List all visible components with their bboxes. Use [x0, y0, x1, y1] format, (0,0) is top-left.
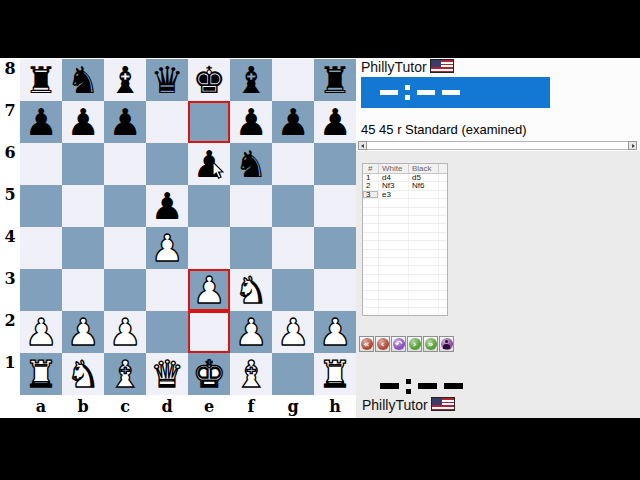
- move-number-cell: [363, 291, 379, 298]
- black-pawn[interactable]: ♟: [272, 101, 314, 143]
- move-cell: [439, 199, 447, 206]
- move-number-cell: [363, 224, 379, 231]
- scroll-right-icon[interactable]: [628, 141, 637, 150]
- square-b6[interactable]: [62, 143, 104, 185]
- nav-forward-button[interactable]: ›: [407, 336, 422, 352]
- file-label-f: f: [230, 397, 272, 417]
- move-cell: [409, 258, 439, 265]
- move-cell: [439, 241, 447, 248]
- square-a6[interactable]: [20, 143, 62, 185]
- square-g1[interactable]: [272, 353, 314, 395]
- clock-colon-dot: [405, 85, 410, 90]
- square-c6[interactable]: [104, 143, 146, 185]
- move-table-row: [363, 275, 447, 283]
- move-cell: [409, 291, 439, 298]
- square-d5[interactable]: ♟: [146, 185, 188, 227]
- move-cell: [439, 283, 447, 290]
- square-b3[interactable]: [62, 269, 104, 311]
- move-cell: [379, 224, 409, 231]
- move-list-panel: #WhiteBlack1d4d52Nf3Nf63e3 «‹↶›» PhillyT…: [356, 151, 640, 418]
- move-cell: [379, 258, 409, 265]
- white-bishop[interactable]: ♝: [230, 353, 272, 395]
- move-cell: [379, 275, 409, 282]
- nav-buttons: «‹↶›»: [359, 336, 454, 352]
- square-a5[interactable]: [20, 185, 62, 227]
- move-number-cell[interactable]: 3: [363, 191, 379, 198]
- move-cell: [409, 283, 439, 290]
- move-col-header: Black: [409, 164, 439, 173]
- rank-labels: 87654321: [0, 59, 20, 395]
- top-player-row: PhillyTutor: [361, 59, 454, 75]
- file-label-c: c: [104, 397, 146, 417]
- square-a1[interactable]: ♜: [20, 353, 62, 395]
- rank-label-5: 5: [0, 185, 20, 227]
- square-f1[interactable]: ♝: [230, 353, 272, 395]
- move-cell: [439, 182, 447, 189]
- square-g7[interactable]: ♟: [272, 101, 314, 143]
- square-c1[interactable]: ♝: [104, 353, 146, 395]
- square-h1[interactable]: ♜: [314, 353, 356, 395]
- mouse-cursor-icon: [212, 161, 224, 179]
- nav-last-icon: »: [425, 338, 437, 350]
- move-cell: [439, 216, 447, 223]
- top-clock: [361, 77, 550, 108]
- clock-colon-dot: [405, 95, 410, 100]
- square-e7[interactable]: [188, 101, 230, 143]
- move-number-cell[interactable]: 2: [363, 182, 379, 189]
- square-d6[interactable]: [146, 143, 188, 185]
- white-pawn[interactable]: ♟: [20, 311, 62, 353]
- move-cell: [439, 174, 447, 181]
- move-cell: [409, 266, 439, 273]
- square-b8[interactable]: ♞: [62, 59, 104, 101]
- rank-label-8: 8: [0, 59, 20, 101]
- bottom-player-name: PhillyTutor: [362, 397, 428, 413]
- square-g5[interactable]: [272, 185, 314, 227]
- move-table: #WhiteBlack1d4d52Nf3Nf63e3: [362, 163, 448, 316]
- square-c4[interactable]: [104, 227, 146, 269]
- move-table-row: [363, 199, 447, 207]
- clock-dash: [380, 383, 399, 389]
- top-player-name: PhillyTutor: [361, 59, 427, 75]
- move-table-row: [363, 250, 447, 258]
- move-cell: [379, 216, 409, 223]
- rank-label-4: 4: [0, 227, 20, 269]
- us-flag-icon: [430, 59, 454, 73]
- square-f3[interactable]: ♞: [230, 269, 272, 311]
- clock-dash: [444, 383, 463, 389]
- scrollbar-track[interactable]: [367, 141, 628, 150]
- white-rook[interactable]: ♜: [20, 353, 62, 395]
- move-table-row: [363, 283, 447, 291]
- square-b5[interactable]: [62, 185, 104, 227]
- black-pawn[interactable]: ♟: [104, 101, 146, 143]
- move-table-row: [363, 308, 447, 316]
- scroll-left-icon[interactable]: [358, 141, 367, 150]
- move-number-cell: [363, 216, 379, 223]
- move-cell: [379, 283, 409, 290]
- square-g4[interactable]: [272, 227, 314, 269]
- square-d1[interactable]: ♛: [146, 353, 188, 395]
- move-cell: [409, 300, 439, 307]
- square-d4[interactable]: ♟: [146, 227, 188, 269]
- black-knight[interactable]: ♞: [230, 143, 272, 185]
- nav-back-button[interactable]: ‹: [375, 336, 390, 352]
- move-cell: [439, 224, 447, 231]
- board-panel: 87654321 ♜♞♝♛♚♝♜♟♟♟♟♟♟♟♞♟♟♟♞♟♟♟♟♟♟♜♞♝♛♚♝…: [0, 58, 356, 418]
- move-number-cell: [363, 250, 379, 257]
- move-cell: [409, 275, 439, 282]
- nav-examine-icon: [441, 338, 453, 350]
- file-label-b: b: [62, 397, 104, 417]
- move-cell: [409, 250, 439, 257]
- black-queen[interactable]: ♛: [146, 59, 188, 101]
- clock-dash: [442, 90, 460, 95]
- move-cell: [439, 208, 447, 215]
- move-cell: [379, 308, 409, 315]
- move-cell: [379, 208, 409, 215]
- move-cell: [379, 250, 409, 257]
- square-g2[interactable]: ♟: [272, 311, 314, 353]
- move-cell: [379, 241, 409, 248]
- square-a4[interactable]: [20, 227, 62, 269]
- rank-label-2: 2: [0, 311, 20, 353]
- white-pawn[interactable]: ♟: [146, 227, 188, 269]
- move-table-header: #WhiteBlack: [363, 164, 447, 174]
- move-cell: [439, 191, 447, 198]
- square-h4[interactable]: [314, 227, 356, 269]
- white-pawn[interactable]: ♟: [188, 269, 230, 311]
- nav-forward-icon: ›: [409, 338, 421, 350]
- black-king[interactable]: ♚: [188, 59, 230, 101]
- move-cell: [379, 199, 409, 206]
- square-h6[interactable]: [314, 143, 356, 185]
- move-cell: [379, 266, 409, 273]
- move-number-cell: [363, 300, 379, 307]
- nav-back-icon: ‹: [377, 338, 389, 350]
- square-b2[interactable]: ♟: [62, 311, 104, 353]
- file-label-d: d: [146, 397, 188, 417]
- square-e5[interactable]: [188, 185, 230, 227]
- app-window: 87654321 ♜♞♝♛♚♝♜♟♟♟♟♟♟♟♞♟♟♟♞♟♟♟♟♟♟♜♞♝♛♚♝…: [0, 58, 640, 418]
- info-panel: PhillyTutor 45 45 r Standard (examined): [356, 58, 640, 151]
- square-a8[interactable]: ♜: [20, 59, 62, 101]
- move-cell: [409, 199, 439, 206]
- square-g6[interactable]: [272, 143, 314, 185]
- bottom-clock: [380, 375, 463, 397]
- nav-first-icon: «: [361, 338, 373, 350]
- white-rook[interactable]: ♜: [314, 353, 356, 395]
- nav-last-button[interactable]: »: [423, 336, 438, 352]
- square-a7[interactable]: ♟: [20, 101, 62, 143]
- square-d3[interactable]: [146, 269, 188, 311]
- square-f7[interactable]: ♟: [230, 101, 272, 143]
- clock-dash: [417, 90, 435, 95]
- move-cell: [409, 208, 439, 215]
- square-d8[interactable]: ♛: [146, 59, 188, 101]
- move-col-header: #: [363, 164, 379, 173]
- game-status-line: 45 45 r Standard (examined): [361, 122, 526, 137]
- move-cell: [439, 291, 447, 298]
- square-d7[interactable]: [146, 101, 188, 143]
- move-number-cell: [363, 233, 379, 240]
- move-number-cell: [363, 208, 379, 215]
- nav-first-button[interactable]: «: [359, 336, 374, 352]
- move-number-cell[interactable]: 1: [363, 174, 379, 181]
- square-h8[interactable]: ♜: [314, 59, 356, 101]
- clock-colon: [406, 379, 411, 394]
- file-label-a: a: [20, 397, 62, 417]
- square-b4[interactable]: [62, 227, 104, 269]
- square-c8[interactable]: ♝: [104, 59, 146, 101]
- white-king[interactable]: ♚: [188, 353, 230, 395]
- move-cell: [379, 233, 409, 240]
- move-table-row: [363, 266, 447, 274]
- square-g3[interactable]: [272, 269, 314, 311]
- white-knight[interactable]: ♞: [62, 353, 104, 395]
- move-number-cell: [363, 241, 379, 248]
- chess-board[interactable]: ♜♞♝♛♚♝♜♟♟♟♟♟♟♟♞♟♟♟♞♟♟♟♟♟♟♜♞♝♛♚♝♜: [20, 59, 356, 395]
- move-cell: [439, 250, 447, 257]
- move-table-row: [363, 291, 447, 299]
- move-number-cell: [363, 275, 379, 282]
- black-bishop[interactable]: ♝: [230, 59, 272, 101]
- square-h2[interactable]: ♟: [314, 311, 356, 353]
- move-table-row: [363, 258, 447, 266]
- move-cell: [439, 233, 447, 240]
- person-icon-body: [443, 344, 450, 349]
- square-c2[interactable]: ♟: [104, 311, 146, 353]
- square-f4[interactable]: [230, 227, 272, 269]
- square-c7[interactable]: ♟: [104, 101, 146, 143]
- move-number-cell: [363, 308, 379, 315]
- white-queen[interactable]: ♛: [146, 353, 188, 395]
- person-icon: [445, 340, 448, 343]
- move-cell: [409, 191, 439, 198]
- black-knight[interactable]: ♞: [62, 59, 104, 101]
- move-table-row: 1d4d5: [363, 174, 447, 182]
- move-table-row: [363, 241, 447, 249]
- black-pawn[interactable]: ♟: [146, 185, 188, 227]
- move-cell: [379, 300, 409, 307]
- square-e3[interactable]: ♟: [188, 269, 230, 311]
- move-table-row: 2Nf3Nf6: [363, 182, 447, 190]
- clock-colon: [405, 85, 410, 100]
- move-cell[interactable]: Nf3: [379, 182, 409, 189]
- black-pawn[interactable]: ♟: [314, 101, 356, 143]
- square-b7[interactable]: ♟: [62, 101, 104, 143]
- square-g8[interactable]: [272, 59, 314, 101]
- square-c3[interactable]: [104, 269, 146, 311]
- square-d2[interactable]: [146, 311, 188, 353]
- square-e1[interactable]: ♚: [188, 353, 230, 395]
- move-col-header: [439, 164, 447, 173]
- move-cell: [439, 266, 447, 273]
- square-f8[interactable]: ♝: [230, 59, 272, 101]
- rank-label-3: 3: [0, 269, 20, 311]
- move-table-row: [363, 233, 447, 241]
- rank-label-1: 1: [0, 353, 20, 395]
- square-h3[interactable]: [314, 269, 356, 311]
- nav-revert-icon: ↶: [393, 338, 405, 350]
- move-table-row: [363, 300, 447, 308]
- file-label-g: g: [272, 397, 314, 417]
- move-cell: [409, 233, 439, 240]
- square-e2[interactable]: [188, 311, 230, 353]
- clock-dash: [380, 90, 398, 95]
- nav-examine-button[interactable]: [439, 336, 454, 352]
- white-pawn[interactable]: ♟: [104, 311, 146, 353]
- square-f6[interactable]: ♞: [230, 143, 272, 185]
- file-label-h: h: [314, 397, 356, 417]
- square-c5[interactable]: [104, 185, 146, 227]
- move-cell[interactable]: d4: [379, 174, 409, 181]
- move-number-cell: [363, 258, 379, 265]
- move-table-row: [363, 224, 447, 232]
- move-cell: [409, 241, 439, 248]
- us-flag-icon: [431, 397, 455, 411]
- white-pawn[interactable]: ♟: [314, 311, 356, 353]
- square-b1[interactable]: ♞: [62, 353, 104, 395]
- file-labels: abcdefgh: [20, 397, 356, 417]
- bottom-player-row: PhillyTutor: [362, 397, 455, 413]
- clock-colon-dot: [406, 389, 411, 394]
- move-cell: [409, 308, 439, 315]
- square-a3[interactable]: [20, 269, 62, 311]
- black-bishop[interactable]: ♝: [104, 59, 146, 101]
- nav-revert-button[interactable]: ↶: [391, 336, 406, 352]
- square-h7[interactable]: ♟: [314, 101, 356, 143]
- move-cell: [409, 224, 439, 231]
- move-number-cell: [363, 199, 379, 206]
- clock-colon-dot: [406, 379, 411, 384]
- square-f2[interactable]: ♟: [230, 311, 272, 353]
- move-table-row: [363, 216, 447, 224]
- black-pawn[interactable]: ♟: [230, 101, 272, 143]
- move-cell: [439, 258, 447, 265]
- move-cell: [439, 300, 447, 307]
- black-pawn[interactable]: ♟: [62, 101, 104, 143]
- rank-label-6: 6: [0, 143, 20, 185]
- move-cell[interactable]: d5: [409, 174, 439, 181]
- move-number-cell: [363, 266, 379, 273]
- black-pawn[interactable]: ♟: [20, 101, 62, 143]
- square-a2[interactable]: ♟: [20, 311, 62, 353]
- rank-label-7: 7: [0, 101, 20, 143]
- black-rook[interactable]: ♜: [314, 59, 356, 101]
- move-number-cell: [363, 283, 379, 290]
- move-cell: [379, 291, 409, 298]
- white-pawn[interactable]: ♟: [272, 311, 314, 353]
- file-label-e: e: [188, 397, 230, 417]
- move-table-row: [363, 208, 447, 216]
- move-cell[interactable]: Nf6: [409, 182, 439, 189]
- white-pawn[interactable]: ♟: [230, 311, 272, 353]
- horizontal-scrollbar[interactable]: [358, 141, 637, 150]
- square-e4[interactable]: [188, 227, 230, 269]
- black-rook[interactable]: ♜: [20, 59, 62, 101]
- white-pawn[interactable]: ♟: [62, 311, 104, 353]
- clock-dash: [418, 383, 437, 389]
- right-panel: PhillyTutor 45 45 r Standard (examined) …: [356, 58, 640, 418]
- move-cell[interactable]: e3: [379, 191, 409, 198]
- move-cell: [439, 275, 447, 282]
- move-col-header: White: [379, 164, 409, 173]
- square-f5[interactable]: [230, 185, 272, 227]
- square-e8[interactable]: ♚: [188, 59, 230, 101]
- square-h5[interactable]: [314, 185, 356, 227]
- white-bishop[interactable]: ♝: [104, 353, 146, 395]
- white-knight[interactable]: ♞: [230, 269, 272, 311]
- move-cell: [409, 216, 439, 223]
- move-cell: [439, 308, 447, 315]
- move-table-row: 3e3: [363, 191, 447, 199]
